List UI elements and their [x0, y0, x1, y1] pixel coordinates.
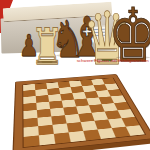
- product-photo: ♟♜♞♝♛♚ schwere Figuren mit Metallgewicht…: [0, 0, 150, 150]
- board-scene: [0, 70, 150, 150]
- board-grid: [22, 78, 146, 148]
- board-square: [24, 135, 40, 147]
- board-frame: [12, 74, 150, 150]
- caption-text: schwere Figuren mit Metallgewichten: [77, 58, 149, 62]
- board-square: [126, 125, 145, 136]
- board-square: [39, 134, 55, 146]
- chess-board: [12, 74, 150, 150]
